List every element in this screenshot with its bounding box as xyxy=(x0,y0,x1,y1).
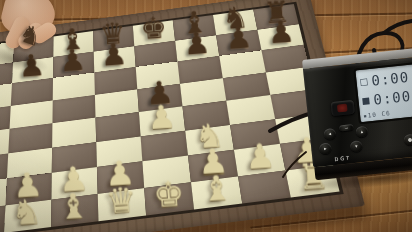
square-c4[interactable] xyxy=(52,118,96,148)
white-king: ♚ xyxy=(143,176,193,214)
black-time: 0:00: xyxy=(373,86,412,107)
white-queen: ♛ xyxy=(96,182,146,220)
white-pawn: ♟ xyxy=(235,137,285,174)
square-e3[interactable] xyxy=(141,130,188,161)
white-knight: ♞ xyxy=(2,194,52,231)
chess-clock: □ 0:00: ■ 0:00: ▪10 C6 ◂ ▸ − ▴ ▾ ● DGT xyxy=(302,47,412,188)
white-player-icon: □ xyxy=(359,75,372,86)
black-pawn: ♟ xyxy=(175,27,219,60)
square-d5[interactable] xyxy=(95,89,139,118)
black-pawn: ♟ xyxy=(259,16,303,49)
square-g5[interactable] xyxy=(223,72,271,101)
black-king: ♚ xyxy=(132,13,175,45)
square-e1[interactable]: ♚ xyxy=(144,182,194,216)
clock-lcd: □ 0:00: ■ 0:00: ▪10 C6 xyxy=(353,60,412,124)
clock-button-forward[interactable]: ▸ xyxy=(319,142,332,154)
square-d7[interactable]: ♟ xyxy=(94,46,136,73)
square-c1[interactable]: ♝ xyxy=(51,193,98,227)
white-time: 0:00: xyxy=(371,67,412,88)
square-g7[interactable]: ♟ xyxy=(216,29,261,55)
clock-button-down[interactable]: ▾ xyxy=(350,140,363,152)
square-g1[interactable] xyxy=(238,170,291,204)
white-pawn: ♟ xyxy=(138,99,185,134)
clock-button-back[interactable]: ◂ xyxy=(323,128,336,140)
clock-button-minus[interactable]: − xyxy=(339,124,354,131)
square-d1[interactable]: ♛ xyxy=(98,188,146,222)
square-g6[interactable] xyxy=(219,50,265,77)
square-h7[interactable]: ♟ xyxy=(257,24,303,50)
clock-button-ok[interactable]: ● xyxy=(403,134,412,146)
square-e7[interactable] xyxy=(134,40,177,67)
square-b1[interactable]: ♞ xyxy=(4,199,51,232)
black-player-icon: ■ xyxy=(361,94,374,105)
black-pawn: ♟ xyxy=(217,22,261,55)
clock-brand-label: DGT xyxy=(334,154,351,162)
clock-button-up[interactable]: ▴ xyxy=(355,126,368,138)
square-f1[interactable]: ♝ xyxy=(191,176,242,210)
black-pawn: ♟ xyxy=(92,38,136,71)
square-b4[interactable] xyxy=(8,123,52,153)
clock-lever-button[interactable] xyxy=(331,100,355,116)
white-bishop: ♝ xyxy=(191,170,242,208)
clock-face: □ 0:00: ■ 0:00: ▪10 C6 ◂ ▸ − ▴ ▾ ● DGT xyxy=(303,56,412,168)
square-d4[interactable] xyxy=(96,112,141,142)
white-bishop: ♝ xyxy=(49,188,99,225)
